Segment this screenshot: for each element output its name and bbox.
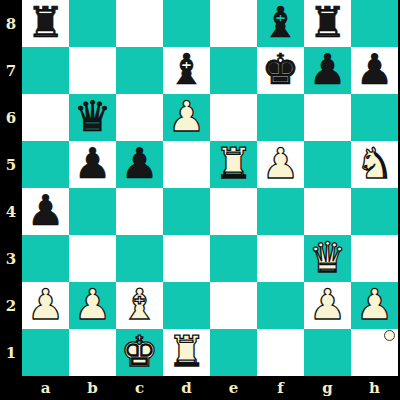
piece-white-knight-h5[interactable]: ♞	[356, 143, 394, 185]
rank-labels: 87654321	[0, 0, 22, 376]
square-h2[interactable]: ♟	[351, 282, 398, 329]
square-d3[interactable]	[163, 235, 210, 282]
square-b8[interactable]	[69, 0, 116, 47]
square-a6[interactable]	[22, 94, 69, 141]
piece-black-pawn-b5[interactable]: ♟	[74, 143, 112, 185]
square-e2[interactable]	[210, 282, 257, 329]
square-b7[interactable]	[69, 47, 116, 94]
square-c8[interactable]	[116, 0, 163, 47]
side-to-move-indicator	[384, 330, 395, 341]
piece-black-rook-a8[interactable]: ♜	[27, 2, 65, 44]
square-f7[interactable]: ♚	[257, 47, 304, 94]
file-label-a: a	[22, 376, 69, 400]
square-c7[interactable]	[116, 47, 163, 94]
rank-label-3: 3	[0, 235, 22, 282]
square-d4[interactable]	[163, 188, 210, 235]
square-f6[interactable]	[257, 94, 304, 141]
square-f1[interactable]	[257, 329, 304, 376]
square-f5[interactable]: ♟	[257, 141, 304, 188]
square-g3[interactable]: ♛	[304, 235, 351, 282]
square-e8[interactable]	[210, 0, 257, 47]
square-d1[interactable]: ♜	[163, 329, 210, 376]
square-e6[interactable]	[210, 94, 257, 141]
file-label-e: e	[210, 376, 257, 400]
square-a8[interactable]: ♜	[22, 0, 69, 47]
square-c6[interactable]	[116, 94, 163, 141]
square-d2[interactable]	[163, 282, 210, 329]
piece-black-bishop-f8[interactable]: ♝	[262, 2, 300, 44]
square-d6[interactable]: ♟	[163, 94, 210, 141]
piece-black-queen-b6[interactable]: ♛	[74, 96, 112, 138]
square-b3[interactable]	[69, 235, 116, 282]
square-d5[interactable]	[163, 141, 210, 188]
rank-label-8: 8	[0, 0, 22, 47]
square-b6[interactable]: ♛	[69, 94, 116, 141]
square-e1[interactable]	[210, 329, 257, 376]
file-label-b: b	[69, 376, 116, 400]
piece-white-pawn-a2[interactable]: ♟	[27, 284, 65, 326]
piece-black-bishop-d7[interactable]: ♝	[168, 49, 206, 91]
rank-label-7: 7	[0, 47, 22, 94]
square-b2[interactable]: ♟	[69, 282, 116, 329]
square-b5[interactable]: ♟	[69, 141, 116, 188]
square-h7[interactable]: ♟	[351, 47, 398, 94]
square-c3[interactable]	[116, 235, 163, 282]
piece-white-pawn-d6[interactable]: ♟	[168, 96, 206, 138]
square-g6[interactable]	[304, 94, 351, 141]
piece-white-pawn-f5[interactable]: ♟	[262, 143, 300, 185]
square-f2[interactable]	[257, 282, 304, 329]
square-g5[interactable]	[304, 141, 351, 188]
piece-black-pawn-c5[interactable]: ♟	[121, 143, 159, 185]
chess-board-frame: 87654321 ♜♝♜♝♚♟♟♛♟♟♟♜♟♞♟♛♟♟♝♟♟♚♜ abcdefg…	[0, 0, 400, 400]
square-c5[interactable]: ♟	[116, 141, 163, 188]
piece-white-rook-e5[interactable]: ♜	[215, 143, 253, 185]
square-e3[interactable]	[210, 235, 257, 282]
square-g4[interactable]	[304, 188, 351, 235]
piece-black-pawn-h7[interactable]: ♟	[356, 49, 394, 91]
square-h8[interactable]	[351, 0, 398, 47]
square-f3[interactable]	[257, 235, 304, 282]
square-f8[interactable]: ♝	[257, 0, 304, 47]
rank-label-6: 6	[0, 94, 22, 141]
square-c2[interactable]: ♝	[116, 282, 163, 329]
square-e4[interactable]	[210, 188, 257, 235]
square-g8[interactable]: ♜	[304, 0, 351, 47]
piece-black-pawn-a4[interactable]: ♟	[27, 190, 65, 232]
piece-white-pawn-h2[interactable]: ♟	[356, 284, 394, 326]
rank-label-2: 2	[0, 282, 22, 329]
square-c1[interactable]: ♚	[116, 329, 163, 376]
square-g1[interactable]	[304, 329, 351, 376]
piece-white-queen-g3[interactable]: ♛	[309, 237, 347, 279]
file-label-d: d	[163, 376, 210, 400]
piece-white-pawn-g2[interactable]: ♟	[309, 284, 347, 326]
piece-black-rook-g8[interactable]: ♜	[309, 2, 347, 44]
square-h5[interactable]: ♞	[351, 141, 398, 188]
square-c4[interactable]	[116, 188, 163, 235]
square-h3[interactable]	[351, 235, 398, 282]
square-h4[interactable]	[351, 188, 398, 235]
file-label-f: f	[257, 376, 304, 400]
piece-white-rook-d1[interactable]: ♜	[168, 331, 206, 373]
rank-label-4: 4	[0, 188, 22, 235]
file-label-g: g	[304, 376, 351, 400]
piece-white-king-c1[interactable]: ♚	[121, 331, 159, 373]
square-b4[interactable]	[69, 188, 116, 235]
square-a1[interactable]	[22, 329, 69, 376]
piece-white-pawn-b2[interactable]: ♟	[74, 284, 112, 326]
square-h6[interactable]	[351, 94, 398, 141]
square-a4[interactable]: ♟	[22, 188, 69, 235]
piece-black-pawn-g7[interactable]: ♟	[309, 49, 347, 91]
square-a7[interactable]	[22, 47, 69, 94]
file-label-h: h	[351, 376, 398, 400]
rank-label-1: 1	[0, 329, 22, 376]
piece-white-bishop-c2[interactable]: ♝	[121, 284, 159, 326]
square-f4[interactable]	[257, 188, 304, 235]
square-b1[interactable]	[69, 329, 116, 376]
rank-label-5: 5	[0, 141, 22, 188]
square-g2[interactable]: ♟	[304, 282, 351, 329]
square-a3[interactable]	[22, 235, 69, 282]
chess-board: ♜♝♜♝♚♟♟♛♟♟♟♜♟♞♟♛♟♟♝♟♟♚♜	[22, 0, 398, 376]
square-e7[interactable]	[210, 47, 257, 94]
file-labels: abcdefgh	[22, 376, 398, 400]
square-a5[interactable]	[22, 141, 69, 188]
file-label-c: c	[116, 376, 163, 400]
square-g7[interactable]: ♟	[304, 47, 351, 94]
square-e5[interactable]: ♜	[210, 141, 257, 188]
square-d8[interactable]	[163, 0, 210, 47]
square-a2[interactable]: ♟	[22, 282, 69, 329]
square-d7[interactable]: ♝	[163, 47, 210, 94]
piece-black-king-f7[interactable]: ♚	[262, 49, 300, 91]
